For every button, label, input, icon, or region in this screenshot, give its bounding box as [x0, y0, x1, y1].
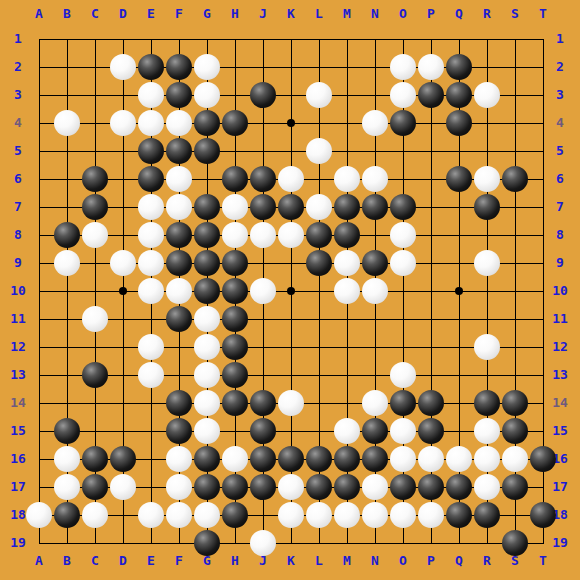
white-stone-F4[interactable]: [166, 110, 192, 136]
white-stone-B17[interactable]: [54, 474, 80, 500]
white-stone-J10[interactable]: [250, 278, 276, 304]
row-label-left-14: 14: [4, 389, 32, 417]
black-stone-Q6[interactable]: [446, 166, 472, 192]
white-stone-K6[interactable]: [278, 166, 304, 192]
black-stone-L8[interactable]: [306, 222, 332, 248]
black-stone-H12[interactable]: [222, 334, 248, 360]
white-stone-M6[interactable]: [334, 166, 360, 192]
black-stone-F5[interactable]: [166, 138, 192, 164]
white-stone-E10[interactable]: [138, 278, 164, 304]
white-stone-F16[interactable]: [166, 446, 192, 472]
column-label-top-S: S: [501, 7, 529, 21]
black-stone-N15[interactable]: [362, 418, 388, 444]
white-stone-E18[interactable]: [138, 502, 164, 528]
black-stone-J7[interactable]: [250, 194, 276, 220]
black-stone-G7[interactable]: [194, 194, 220, 220]
white-stone-M9[interactable]: [334, 250, 360, 276]
black-stone-Q18[interactable]: [446, 502, 472, 528]
white-stone-J8[interactable]: [250, 222, 276, 248]
black-stone-M16[interactable]: [334, 446, 360, 472]
black-stone-E5[interactable]: [138, 138, 164, 164]
star-point-Q10: [455, 287, 463, 295]
black-stone-Q4[interactable]: [446, 110, 472, 136]
white-stone-N18[interactable]: [362, 502, 388, 528]
row-label-right-4: 4: [546, 109, 574, 137]
black-stone-H14[interactable]: [222, 390, 248, 416]
column-label-top-E: E: [137, 7, 165, 21]
row-label-left-4: 4: [4, 109, 32, 137]
black-stone-F15[interactable]: [166, 418, 192, 444]
black-stone-J16[interactable]: [250, 446, 276, 472]
column-label-top-D: D: [109, 7, 137, 21]
white-stone-L3[interactable]: [306, 82, 332, 108]
black-stone-F11[interactable]: [166, 306, 192, 332]
white-stone-D2[interactable]: [110, 54, 136, 80]
white-stone-Q16[interactable]: [446, 446, 472, 472]
black-stone-G19[interactable]: [194, 530, 220, 556]
column-label-bottom-Q: Q: [445, 554, 473, 568]
row-label-right-8: 8: [546, 221, 574, 249]
white-stone-B16[interactable]: [54, 446, 80, 472]
column-label-bottom-N: N: [361, 554, 389, 568]
black-stone-O7[interactable]: [390, 194, 416, 220]
black-stone-K7[interactable]: [278, 194, 304, 220]
black-stone-J14[interactable]: [250, 390, 276, 416]
black-stone-H4[interactable]: [222, 110, 248, 136]
row-label-left-2: 2: [4, 53, 32, 81]
row-label-right-17: 17: [546, 473, 574, 501]
white-stone-O13[interactable]: [390, 362, 416, 388]
row-label-left-15: 15: [4, 417, 32, 445]
white-stone-H16[interactable]: [222, 446, 248, 472]
column-label-bottom-O: O: [389, 554, 417, 568]
column-label-top-R: R: [473, 7, 501, 21]
row-label-left-17: 17: [4, 473, 32, 501]
black-stone-F3[interactable]: [166, 82, 192, 108]
white-stone-H8[interactable]: [222, 222, 248, 248]
star-point-K10: [287, 287, 295, 295]
row-label-right-3: 3: [546, 81, 574, 109]
white-stone-S16[interactable]: [502, 446, 528, 472]
white-stone-K8[interactable]: [278, 222, 304, 248]
row-label-left-11: 11: [4, 305, 32, 333]
white-stone-R3[interactable]: [474, 82, 500, 108]
white-stone-E9[interactable]: [138, 250, 164, 276]
white-stone-M10[interactable]: [334, 278, 360, 304]
white-stone-E12[interactable]: [138, 334, 164, 360]
white-stone-O8[interactable]: [390, 222, 416, 248]
white-stone-O9[interactable]: [390, 250, 416, 276]
black-stone-E2[interactable]: [138, 54, 164, 80]
column-label-bottom-G: G: [193, 554, 221, 568]
white-stone-P18[interactable]: [418, 502, 444, 528]
column-label-bottom-M: M: [333, 554, 361, 568]
row-label-left-16: 16: [4, 445, 32, 473]
white-stone-B4[interactable]: [54, 110, 80, 136]
black-stone-L9[interactable]: [306, 250, 332, 276]
black-stone-T18[interactable]: [530, 502, 556, 528]
column-label-bottom-E: E: [137, 554, 165, 568]
column-label-top-L: L: [305, 7, 333, 21]
column-label-top-H: H: [221, 7, 249, 21]
white-stone-D17[interactable]: [110, 474, 136, 500]
row-label-left-5: 5: [4, 137, 32, 165]
row-label-left-9: 9: [4, 249, 32, 277]
white-stone-L7[interactable]: [306, 194, 332, 220]
black-stone-J15[interactable]: [250, 418, 276, 444]
white-stone-O2[interactable]: [390, 54, 416, 80]
black-stone-H6[interactable]: [222, 166, 248, 192]
row-label-left-6: 6: [4, 165, 32, 193]
row-label-right-19: 19: [546, 529, 574, 557]
star-point-K4: [287, 119, 295, 127]
column-label-bottom-L: L: [305, 554, 333, 568]
black-stone-H17[interactable]: [222, 474, 248, 500]
white-stone-P16[interactable]: [418, 446, 444, 472]
black-stone-C17[interactable]: [82, 474, 108, 500]
black-stone-P17[interactable]: [418, 474, 444, 500]
white-stone-G14[interactable]: [194, 390, 220, 416]
column-label-bottom-C: C: [81, 554, 109, 568]
white-stone-D9[interactable]: [110, 250, 136, 276]
white-stone-L18[interactable]: [306, 502, 332, 528]
white-stone-B9[interactable]: [54, 250, 80, 276]
row-label-right-15: 15: [546, 417, 574, 445]
black-stone-Q2[interactable]: [446, 54, 472, 80]
black-stone-B15[interactable]: [54, 418, 80, 444]
black-stone-R7[interactable]: [474, 194, 500, 220]
row-label-left-13: 13: [4, 361, 32, 389]
black-stone-N16[interactable]: [362, 446, 388, 472]
black-stone-Q17[interactable]: [446, 474, 472, 500]
black-stone-F8[interactable]: [166, 222, 192, 248]
black-stone-E6[interactable]: [138, 166, 164, 192]
white-stone-O3[interactable]: [390, 82, 416, 108]
black-stone-T16[interactable]: [530, 446, 556, 472]
column-label-top-G: G: [193, 7, 221, 21]
go-board-screen: ABCDEFGHJKLMNOPQRST ABCDEFGHJKLMNOPQRST …: [0, 0, 580, 580]
white-stone-N17[interactable]: [362, 474, 388, 500]
black-stone-M8[interactable]: [334, 222, 360, 248]
white-stone-R16[interactable]: [474, 446, 500, 472]
white-stone-E7[interactable]: [138, 194, 164, 220]
white-stone-O18[interactable]: [390, 502, 416, 528]
white-stone-A18[interactable]: [26, 502, 52, 528]
white-stone-R6[interactable]: [474, 166, 500, 192]
black-stone-C13[interactable]: [82, 362, 108, 388]
black-stone-R18[interactable]: [474, 502, 500, 528]
white-stone-O15[interactable]: [390, 418, 416, 444]
black-stone-G17[interactable]: [194, 474, 220, 500]
white-stone-K17[interactable]: [278, 474, 304, 500]
column-label-top-A: A: [25, 7, 53, 21]
white-stone-E13[interactable]: [138, 362, 164, 388]
column-label-bottom-P: P: [417, 554, 445, 568]
column-label-top-T: T: [529, 7, 557, 21]
black-stone-P14[interactable]: [418, 390, 444, 416]
black-stone-H11[interactable]: [222, 306, 248, 332]
black-stone-J17[interactable]: [250, 474, 276, 500]
column-label-top-C: C: [81, 7, 109, 21]
row-label-right-13: 13: [546, 361, 574, 389]
white-stone-F7[interactable]: [166, 194, 192, 220]
column-label-bottom-S: S: [501, 554, 529, 568]
black-stone-B18[interactable]: [54, 502, 80, 528]
white-stone-C8[interactable]: [82, 222, 108, 248]
black-stone-M7[interactable]: [334, 194, 360, 220]
black-stone-J3[interactable]: [250, 82, 276, 108]
white-stone-M15[interactable]: [334, 418, 360, 444]
white-stone-G2[interactable]: [194, 54, 220, 80]
black-stone-F9[interactable]: [166, 250, 192, 276]
black-stone-O14[interactable]: [390, 390, 416, 416]
white-stone-N6[interactable]: [362, 166, 388, 192]
white-stone-C18[interactable]: [82, 502, 108, 528]
white-stone-L5[interactable]: [306, 138, 332, 164]
black-stone-G4[interactable]: [194, 110, 220, 136]
row-label-right-2: 2: [546, 53, 574, 81]
row-label-right-11: 11: [546, 305, 574, 333]
row-label-left-19: 19: [4, 529, 32, 557]
row-label-left-10: 10: [4, 277, 32, 305]
black-stone-D16[interactable]: [110, 446, 136, 472]
white-stone-E4[interactable]: [138, 110, 164, 136]
white-stone-G11[interactable]: [194, 306, 220, 332]
white-stone-H7[interactable]: [222, 194, 248, 220]
column-label-top-B: B: [53, 7, 81, 21]
column-label-bottom-F: F: [165, 554, 193, 568]
row-label-left-12: 12: [4, 333, 32, 361]
column-label-bottom-B: B: [53, 554, 81, 568]
row-label-right-6: 6: [546, 165, 574, 193]
row-label-left-3: 3: [4, 81, 32, 109]
white-stone-F18[interactable]: [166, 502, 192, 528]
white-stone-R12[interactable]: [474, 334, 500, 360]
star-point-D10: [119, 287, 127, 295]
black-stone-J6[interactable]: [250, 166, 276, 192]
row-label-right-10: 10: [546, 277, 574, 305]
column-label-top-F: F: [165, 7, 193, 21]
white-stone-O16[interactable]: [390, 446, 416, 472]
column-label-bottom-H: H: [221, 554, 249, 568]
black-stone-M17[interactable]: [334, 474, 360, 500]
black-stone-G9[interactable]: [194, 250, 220, 276]
row-label-right-9: 9: [546, 249, 574, 277]
white-stone-R17[interactable]: [474, 474, 500, 500]
white-stone-M18[interactable]: [334, 502, 360, 528]
column-label-bottom-J: J: [249, 554, 277, 568]
black-stone-C6[interactable]: [82, 166, 108, 192]
black-stone-L16[interactable]: [306, 446, 332, 472]
row-label-right-5: 5: [546, 137, 574, 165]
black-stone-P15[interactable]: [418, 418, 444, 444]
black-stone-S14[interactable]: [502, 390, 528, 416]
black-stone-G8[interactable]: [194, 222, 220, 248]
white-stone-E8[interactable]: [138, 222, 164, 248]
black-stone-G16[interactable]: [194, 446, 220, 472]
black-stone-F2[interactable]: [166, 54, 192, 80]
row-label-right-7: 7: [546, 193, 574, 221]
black-stone-H10[interactable]: [222, 278, 248, 304]
column-label-bottom-K: K: [277, 554, 305, 568]
black-stone-Q3[interactable]: [446, 82, 472, 108]
column-label-top-O: O: [389, 7, 417, 21]
white-stone-N4[interactable]: [362, 110, 388, 136]
black-stone-H9[interactable]: [222, 250, 248, 276]
white-stone-F17[interactable]: [166, 474, 192, 500]
column-label-top-J: J: [249, 7, 277, 21]
black-stone-C16[interactable]: [82, 446, 108, 472]
row-label-left-1: 1: [4, 25, 32, 53]
row-label-left-8: 8: [4, 221, 32, 249]
black-stone-P3[interactable]: [418, 82, 444, 108]
white-stone-N14[interactable]: [362, 390, 388, 416]
black-stone-C7[interactable]: [82, 194, 108, 220]
black-stone-G10[interactable]: [194, 278, 220, 304]
white-stone-P2[interactable]: [418, 54, 444, 80]
white-stone-E3[interactable]: [138, 82, 164, 108]
black-stone-S6[interactable]: [502, 166, 528, 192]
black-stone-H13[interactable]: [222, 362, 248, 388]
black-stone-H18[interactable]: [222, 502, 248, 528]
black-stone-G5[interactable]: [194, 138, 220, 164]
white-stone-G3[interactable]: [194, 82, 220, 108]
black-stone-S15[interactable]: [502, 418, 528, 444]
row-label-right-14: 14: [546, 389, 574, 417]
black-stone-S17[interactable]: [502, 474, 528, 500]
white-stone-G13[interactable]: [194, 362, 220, 388]
white-stone-F6[interactable]: [166, 166, 192, 192]
black-stone-S19[interactable]: [502, 530, 528, 556]
column-label-top-Q: Q: [445, 7, 473, 21]
black-stone-F14[interactable]: [166, 390, 192, 416]
black-stone-N9[interactable]: [362, 250, 388, 276]
white-stone-R15[interactable]: [474, 418, 500, 444]
white-stone-R9[interactable]: [474, 250, 500, 276]
white-stone-K14[interactable]: [278, 390, 304, 416]
white-stone-G12[interactable]: [194, 334, 220, 360]
column-label-bottom-R: R: [473, 554, 501, 568]
white-stone-G18[interactable]: [194, 502, 220, 528]
white-stone-N10[interactable]: [362, 278, 388, 304]
black-stone-N7[interactable]: [362, 194, 388, 220]
black-stone-O17[interactable]: [390, 474, 416, 500]
column-label-top-N: N: [361, 7, 389, 21]
white-stone-G15[interactable]: [194, 418, 220, 444]
white-stone-J19[interactable]: [250, 530, 276, 556]
white-stone-K18[interactable]: [278, 502, 304, 528]
column-label-bottom-D: D: [109, 554, 137, 568]
white-stone-F10[interactable]: [166, 278, 192, 304]
white-stone-D4[interactable]: [110, 110, 136, 136]
column-label-top-P: P: [417, 7, 445, 21]
black-stone-O4[interactable]: [390, 110, 416, 136]
row-label-right-1: 1: [546, 25, 574, 53]
column-label-top-K: K: [277, 7, 305, 21]
column-label-top-M: M: [333, 7, 361, 21]
black-stone-L17[interactable]: [306, 474, 332, 500]
black-stone-K16[interactable]: [278, 446, 304, 472]
white-stone-C11[interactable]: [82, 306, 108, 332]
black-stone-B8[interactable]: [54, 222, 80, 248]
row-label-left-7: 7: [4, 193, 32, 221]
row-label-right-12: 12: [546, 333, 574, 361]
black-stone-R14[interactable]: [474, 390, 500, 416]
